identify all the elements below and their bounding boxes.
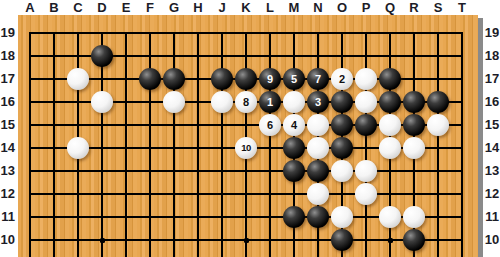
- column-label-O: O: [330, 1, 354, 15]
- stone-black-N11[interactable]: [307, 206, 329, 228]
- stone-white-O17[interactable]: 2: [331, 68, 353, 90]
- stone-white-M15[interactable]: 4: [283, 114, 305, 136]
- stone-white-L15[interactable]: 6: [259, 114, 281, 136]
- board-grid[interactable]: 95728136410: [18, 22, 474, 252]
- column-label-F: F: [138, 1, 162, 15]
- row-label-right-14: 14: [484, 140, 500, 156]
- go-board-diagram: ABCDEFGHJKLMNOPQRST 19181716151413121110…: [0, 0, 500, 257]
- stone-black-M17[interactable]: 5: [283, 68, 305, 90]
- column-label-Q: Q: [378, 1, 402, 15]
- row-label-left-15: 15: [0, 117, 15, 133]
- stone-black-G17[interactable]: [163, 68, 185, 90]
- stone-white-G16[interactable]: [163, 91, 185, 113]
- stone-white-D16[interactable]: [91, 91, 113, 113]
- stone-black-O14[interactable]: [331, 137, 353, 159]
- stone-black-F17[interactable]: [139, 68, 161, 90]
- column-label-M: M: [282, 1, 306, 15]
- stone-white-C17[interactable]: [67, 68, 89, 90]
- column-label-P: P: [354, 1, 378, 15]
- row-label-left-11: 11: [0, 209, 15, 225]
- stone-white-N15[interactable]: [307, 114, 329, 136]
- stone-white-N12[interactable]: [307, 183, 329, 205]
- stone-black-Q17[interactable]: [379, 68, 401, 90]
- stone-white-Q11[interactable]: [379, 206, 401, 228]
- stone-black-S16[interactable]: [427, 91, 449, 113]
- column-label-R: R: [402, 1, 426, 15]
- row-label-left-18: 18: [0, 48, 15, 64]
- stone-white-P12[interactable]: [355, 183, 377, 205]
- stone-white-K16[interactable]: 8: [235, 91, 257, 113]
- column-label-S: S: [426, 1, 450, 15]
- row-label-right-10: 10: [484, 232, 500, 248]
- stone-black-D18[interactable]: [91, 45, 113, 67]
- row-label-right-17: 17: [484, 71, 500, 87]
- stone-white-K14[interactable]: 10: [235, 137, 257, 159]
- stone-white-P13[interactable]: [355, 160, 377, 182]
- stone-white-N14[interactable]: [307, 137, 329, 159]
- column-label-J: J: [210, 1, 234, 15]
- row-label-right-15: 15: [484, 117, 500, 133]
- stone-black-Q16[interactable]: [379, 91, 401, 113]
- column-label-C: C: [66, 1, 90, 15]
- column-label-L: L: [258, 1, 282, 15]
- column-label-K: K: [234, 1, 258, 15]
- stone-white-R14[interactable]: [403, 137, 425, 159]
- row-label-right-18: 18: [484, 48, 500, 64]
- stone-white-O13[interactable]: [331, 160, 353, 182]
- column-label-D: D: [90, 1, 114, 15]
- stone-white-C14[interactable]: [67, 137, 89, 159]
- row-label-right-19: 19: [484, 25, 500, 41]
- stone-black-L17[interactable]: 9: [259, 68, 281, 90]
- stone-black-M11[interactable]: [283, 206, 305, 228]
- column-label-T: T: [450, 1, 474, 15]
- stone-white-Q15[interactable]: [379, 114, 401, 136]
- row-label-left-17: 17: [0, 71, 15, 87]
- row-label-left-12: 12: [0, 186, 15, 202]
- row-label-right-11: 11: [484, 209, 500, 225]
- row-label-left-13: 13: [0, 163, 15, 179]
- stone-white-Q14[interactable]: [379, 137, 401, 159]
- column-label-B: B: [42, 1, 66, 15]
- stone-black-M14[interactable]: [283, 137, 305, 159]
- stone-white-P17[interactable]: [355, 68, 377, 90]
- column-label-E: E: [114, 1, 138, 15]
- column-label-A: A: [18, 1, 42, 15]
- column-label-G: G: [162, 1, 186, 15]
- column-label-H: H: [186, 1, 210, 15]
- row-label-left-19: 19: [0, 25, 15, 41]
- row-label-left-10: 10: [0, 232, 15, 248]
- stone-white-O11[interactable]: [331, 206, 353, 228]
- stone-black-N17[interactable]: 7: [307, 68, 329, 90]
- stone-black-P15[interactable]: [355, 114, 377, 136]
- stone-white-S15[interactable]: [427, 114, 449, 136]
- row-label-right-13: 13: [484, 163, 500, 179]
- stone-black-L16[interactable]: 1: [259, 91, 281, 113]
- stone-white-M16[interactable]: [283, 91, 305, 113]
- stone-black-R16[interactable]: [403, 91, 425, 113]
- stone-white-J16[interactable]: [211, 91, 233, 113]
- stone-white-P16[interactable]: [355, 91, 377, 113]
- row-label-right-16: 16: [484, 94, 500, 110]
- stone-black-R15[interactable]: [403, 114, 425, 136]
- stone-black-K17[interactable]: [235, 68, 257, 90]
- stone-black-O16[interactable]: [331, 91, 353, 113]
- stone-black-M13[interactable]: [283, 160, 305, 182]
- row-label-left-16: 16: [0, 94, 15, 110]
- stone-black-J17[interactable]: [211, 68, 233, 90]
- stone-black-N16[interactable]: 3: [307, 91, 329, 113]
- row-label-right-12: 12: [484, 186, 500, 202]
- stone-black-O10[interactable]: [331, 229, 353, 251]
- column-label-N: N: [306, 1, 330, 15]
- stone-black-O15[interactable]: [331, 114, 353, 136]
- stone-white-R11[interactable]: [403, 206, 425, 228]
- stone-black-N13[interactable]: [307, 160, 329, 182]
- row-label-left-14: 14: [0, 140, 15, 156]
- board-edge-shadow: [478, 18, 483, 257]
- stone-black-R10[interactable]: [403, 229, 425, 251]
